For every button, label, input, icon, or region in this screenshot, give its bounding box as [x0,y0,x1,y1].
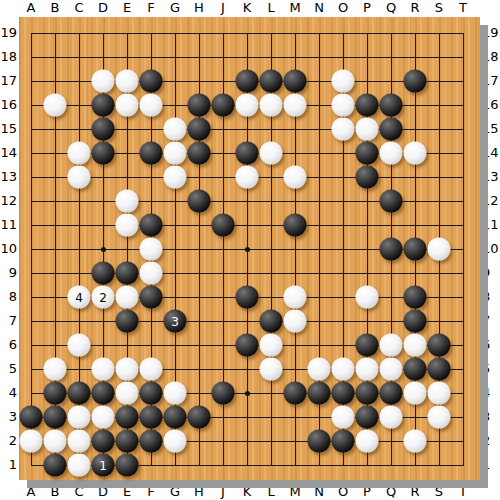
column-label: R [403,0,427,16]
black-stone[interactable] [404,286,427,309]
white-stone[interactable] [236,94,259,117]
black-stone[interactable] [44,406,67,429]
black-stone[interactable] [44,454,67,477]
white-stone[interactable] [140,262,163,285]
white-stone[interactable] [20,430,43,453]
star-point [101,247,106,252]
black-stone[interactable] [116,454,139,477]
white-stone[interactable] [332,118,355,141]
row-label: 16 [482,93,500,117]
black-stone[interactable] [356,142,379,165]
black-stone[interactable] [140,382,163,405]
black-stone[interactable] [236,286,259,309]
column-label: K [235,0,259,16]
black-stone[interactable] [140,286,163,309]
black-stone[interactable] [284,70,307,93]
white-stone[interactable] [308,358,331,381]
move-number-label: 2 [99,291,107,303]
column-label: C [67,484,91,500]
row-label: 8 [482,285,500,309]
column-label: S [427,0,451,16]
black-stone[interactable] [236,334,259,357]
white-stone[interactable] [284,310,307,333]
black-stone[interactable] [428,334,451,357]
black-stone[interactable] [356,334,379,357]
column-label: O [331,0,355,16]
black-stone[interactable] [284,382,307,405]
white-stone[interactable] [44,94,67,117]
white-stone[interactable] [284,286,307,309]
white-stone[interactable] [260,334,283,357]
white-stone[interactable] [92,70,115,93]
white-stone[interactable] [332,94,355,117]
white-stone[interactable] [428,382,451,405]
row-label: 4 [482,381,500,405]
column-label: N [307,0,331,16]
black-stone[interactable] [404,358,427,381]
white-stone[interactable] [68,406,91,429]
black-stone[interactable]: 1 [92,454,115,477]
white-stone[interactable] [260,358,283,381]
white-stone[interactable] [116,70,139,93]
row-label: 15 [0,117,17,141]
black-stone[interactable] [188,118,211,141]
white-stone[interactable] [356,430,379,453]
black-stone[interactable] [212,94,235,117]
black-stone[interactable] [212,214,235,237]
column-label: H [187,484,211,500]
column-label: E [115,0,139,16]
black-stone[interactable] [92,142,115,165]
black-stone[interactable] [140,406,163,429]
black-stone[interactable] [356,406,379,429]
black-stone[interactable] [92,262,115,285]
black-stone[interactable] [332,382,355,405]
column-label: O [331,484,355,500]
white-stone[interactable] [332,406,355,429]
white-stone[interactable] [356,118,379,141]
white-stone[interactable] [404,142,427,165]
black-stone[interactable] [188,406,211,429]
white-stone[interactable] [68,166,91,189]
white-stone[interactable] [116,190,139,213]
column-label: G [163,0,187,16]
column-label: M [283,0,307,16]
row-label: 13 [0,165,17,189]
row-label: 9 [482,261,500,285]
white-stone[interactable] [164,166,187,189]
black-stone[interactable] [140,214,163,237]
black-stone[interactable]: 3 [164,310,187,333]
white-stone[interactable] [68,142,91,165]
row-label: 5 [0,357,17,381]
white-stone[interactable] [260,94,283,117]
black-stone[interactable] [380,190,403,213]
row-label: 18 [0,45,17,69]
white-stone[interactable] [116,382,139,405]
column-label: R [403,484,427,500]
white-stone[interactable] [116,286,139,309]
white-stone[interactable] [404,334,427,357]
white-stone[interactable] [404,430,427,453]
white-stone[interactable] [140,358,163,381]
column-label: L [259,484,283,500]
row-label: 13 [482,165,500,189]
black-stone[interactable] [380,118,403,141]
move-number-label: 3 [171,315,179,327]
row-label: 17 [482,69,500,93]
row-label: 19 [0,21,17,45]
column-label: A [19,484,43,500]
star-point [245,247,250,252]
white-stone[interactable] [164,430,187,453]
black-stone[interactable] [92,382,115,405]
white-stone[interactable] [116,214,139,237]
white-stone[interactable] [380,142,403,165]
column-label: Q [379,0,403,16]
black-stone[interactable] [308,382,331,405]
white-stone[interactable] [68,454,91,477]
row-label: 17 [0,69,17,93]
black-stone[interactable] [68,382,91,405]
white-stone[interactable] [140,238,163,261]
move-number-label: 1 [99,459,107,471]
column-label: J [211,484,235,500]
column-label: P [355,0,379,16]
black-stone[interactable] [260,310,283,333]
row-label: 10 [482,237,500,261]
row-label: 9 [0,261,17,285]
black-stone[interactable] [428,358,451,381]
white-stone[interactable] [356,358,379,381]
black-stone[interactable] [20,406,43,429]
black-stone[interactable] [92,430,115,453]
black-stone[interactable] [212,382,235,405]
black-stone[interactable] [404,70,427,93]
white-stone[interactable] [140,94,163,117]
black-stone[interactable] [236,142,259,165]
black-stone[interactable] [116,310,139,333]
white-stone[interactable] [116,358,139,381]
black-stone[interactable] [284,214,307,237]
column-label: J [211,0,235,16]
white-stone[interactable] [44,358,67,381]
black-stone[interactable] [308,430,331,453]
column-label: N [307,484,331,500]
column-label: A [19,0,43,16]
column-label: T [451,484,475,500]
row-label: 7 [482,309,500,333]
column-label: T [451,0,475,16]
white-stone[interactable] [332,358,355,381]
white-stone[interactable] [164,118,187,141]
black-stone[interactable] [164,406,187,429]
column-label: F [139,0,163,16]
white-stone[interactable] [260,142,283,165]
black-stone[interactable] [116,430,139,453]
black-stone[interactable] [260,70,283,93]
row-label: 16 [0,93,17,117]
black-stone[interactable] [404,238,427,261]
white-stone[interactable] [236,166,259,189]
white-stone[interactable] [404,382,427,405]
white-stone[interactable] [92,358,115,381]
white-stone[interactable] [44,430,67,453]
row-label: 14 [0,141,17,165]
white-stone[interactable] [332,70,355,93]
row-label: 4 [0,381,17,405]
row-label: 6 [0,333,17,357]
black-stone[interactable] [380,94,403,117]
column-label: L [259,0,283,16]
row-label: 11 [482,213,500,237]
go-diagram: AABBCCDDEEFFGGHHJJKKLLMMNNOOPPQQRRSSTT19… [0,0,500,500]
column-label: F [139,484,163,500]
row-label: 1 [482,453,500,477]
row-label: 12 [0,189,17,213]
row-label: 2 [482,429,500,453]
black-stone[interactable] [188,94,211,117]
black-stone[interactable] [140,430,163,453]
white-stone[interactable] [164,142,187,165]
grid-line [31,321,464,322]
white-stone[interactable] [380,358,403,381]
column-label: H [187,0,211,16]
white-stone[interactable] [356,286,379,309]
black-stone[interactable] [116,406,139,429]
black-stone[interactable] [140,142,163,165]
white-stone[interactable] [284,166,307,189]
go-board[interactable]: 4231 [19,17,480,480]
row-label: 8 [0,285,17,309]
white-stone[interactable] [164,382,187,405]
row-label: 5 [482,357,500,381]
white-stone[interactable] [380,334,403,357]
column-label: C [67,0,91,16]
black-stone[interactable] [236,70,259,93]
white-stone[interactable] [428,406,451,429]
black-stone[interactable] [188,190,211,213]
black-stone[interactable] [92,94,115,117]
column-label: D [91,484,115,500]
column-label: Q [379,484,403,500]
white-stone[interactable]: 4 [68,286,91,309]
column-label: K [235,484,259,500]
black-stone[interactable] [404,310,427,333]
row-label: 7 [0,309,17,333]
black-stone[interactable] [356,94,379,117]
row-label: 11 [0,213,17,237]
black-stone[interactable] [44,382,67,405]
black-stone[interactable] [332,430,355,453]
black-stone[interactable] [140,70,163,93]
black-stone[interactable] [380,382,403,405]
black-stone[interactable] [356,166,379,189]
white-stone[interactable] [116,94,139,117]
row-label: 15 [482,117,500,141]
row-label: 14 [482,141,500,165]
white-stone[interactable] [68,334,91,357]
white-stone[interactable] [428,238,451,261]
white-stone[interactable] [92,406,115,429]
column-label: P [355,484,379,500]
move-number-label: 4 [75,291,83,303]
black-stone[interactable] [356,382,379,405]
row-label: 2 [0,429,17,453]
column-label: E [115,484,139,500]
row-label: 3 [482,405,500,429]
black-stone[interactable] [380,238,403,261]
row-label: 1 [0,453,17,477]
star-point [245,391,250,396]
row-label: 3 [0,405,17,429]
column-label: B [43,0,67,16]
black-stone[interactable] [92,118,115,141]
white-stone[interactable]: 2 [92,286,115,309]
column-label: M [283,484,307,500]
column-label: S [427,484,451,500]
white-stone[interactable] [380,406,403,429]
row-label: 19 [482,21,500,45]
white-stone[interactable] [284,94,307,117]
white-stone[interactable] [68,430,91,453]
row-label: 18 [482,45,500,69]
row-label: 10 [0,237,17,261]
black-stone[interactable] [116,262,139,285]
row-label: 6 [482,333,500,357]
row-label: 12 [482,189,500,213]
grid-line [463,33,464,466]
column-label: G [163,484,187,500]
black-stone[interactable] [188,142,211,165]
column-label: D [91,0,115,16]
column-label: B [43,484,67,500]
